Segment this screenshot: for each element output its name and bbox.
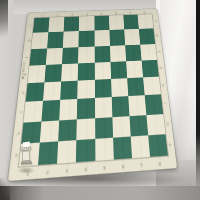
shadow-bottom-left (0, 178, 10, 200)
square-3d (60, 81, 78, 100)
square-3c (59, 99, 77, 120)
rank-left-label-h: h (22, 22, 38, 29)
square-7a (130, 135, 149, 158)
square-2d (43, 81, 61, 101)
square-5c (95, 97, 112, 118)
square-2g (47, 32, 64, 48)
file-top-label-8: 8 (137, 10, 152, 15)
file-bottom-label-3: 3 (57, 165, 76, 175)
rank-left-label-b: b (8, 128, 28, 138)
square-6g (109, 30, 125, 46)
piece-top-highlight (23, 142, 31, 148)
rank-right-label-e: e (153, 64, 170, 72)
square-4h (79, 16, 94, 31)
square-2h (48, 17, 64, 32)
square-5b (95, 117, 113, 139)
square-2e (45, 64, 63, 82)
file-bottom-label-2: 2 (37, 167, 57, 177)
rank-right-label-g: g (149, 32, 165, 39)
square-5f (94, 46, 110, 63)
square-3f (62, 47, 78, 64)
square-2b (40, 120, 60, 142)
square-5h (94, 16, 109, 31)
square-6f (110, 45, 126, 62)
file-top-label-2: 2 (50, 12, 65, 17)
square-3b (58, 119, 77, 141)
rank-right-label-a: a (161, 139, 180, 149)
square-7g (124, 29, 140, 45)
square-5g (94, 30, 109, 46)
rank-right-label-b: b (158, 119, 176, 129)
square-6e (110, 61, 127, 79)
square-4e (78, 62, 94, 80)
file-top-label-3: 3 (65, 12, 80, 17)
rank-left-label-g: g (20, 37, 37, 44)
square-4b (77, 118, 95, 140)
square-5d (94, 79, 111, 98)
square-3g (63, 31, 79, 47)
square-6c (111, 96, 129, 116)
square-2f (46, 47, 63, 64)
file-bottom-label-7: 7 (132, 160, 151, 170)
square-3h (64, 17, 80, 32)
square-7f (125, 44, 142, 61)
square-2a (38, 141, 58, 165)
board-grid (19, 14, 168, 166)
rank-right-label-c: c (156, 99, 174, 108)
square-7d (127, 77, 145, 96)
photo-edge-black (196, 0, 200, 192)
rank-left-label-c: c (11, 108, 30, 117)
rank-right-label-h: h (148, 18, 163, 24)
square-3e (61, 63, 78, 81)
file-top-label-5: 5 (94, 11, 109, 16)
file-top-label-7: 7 (123, 10, 138, 15)
rank-right-label-d: d (154, 81, 171, 89)
file-bottom-label-5: 5 (95, 163, 114, 173)
square-7e (126, 60, 143, 78)
square-6b (112, 116, 130, 138)
square-2c (42, 100, 61, 121)
square-7c (128, 95, 146, 115)
shadow-top-left (0, 0, 8, 38)
square-4g (79, 31, 95, 47)
square-4a (76, 139, 95, 163)
square-6d (111, 78, 128, 97)
square-4f (78, 46, 94, 63)
square-5a (95, 137, 114, 160)
square-4d (78, 80, 95, 99)
rank-right-label-f: f (151, 48, 167, 55)
square-6a (113, 136, 132, 159)
square-4c (77, 98, 95, 119)
square-5e (94, 62, 110, 80)
square-7h (123, 15, 139, 30)
square-3a (57, 140, 76, 164)
file-top-label-6: 6 (109, 10, 124, 15)
file-bottom-label-4: 4 (76, 164, 95, 174)
file-top-label-1: 1 (35, 13, 50, 18)
white-rook-piece: ♜ (14, 141, 38, 177)
chessboard-photo: 12345678 12345678 abcdefgh abcdefgh ◉CHE… (0, 0, 200, 200)
file-bottom-label-8: 8 (150, 158, 169, 168)
file-top-label-4: 4 (79, 11, 94, 16)
square-6h (109, 15, 124, 30)
fabric-bottom (0, 186, 200, 200)
rank-left-label-d: d (13, 88, 31, 97)
file-bottom-label-6: 6 (114, 161, 133, 171)
square-7b (129, 115, 148, 137)
